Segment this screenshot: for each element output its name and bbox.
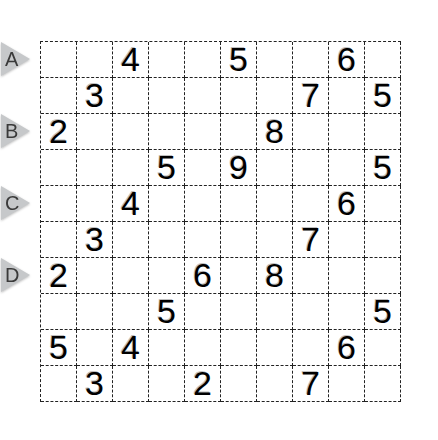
given-number: 5: [373, 294, 392, 328]
cell-r2c3[interactable]: [113, 78, 149, 114]
cell-r10c2[interactable]: 3: [77, 366, 113, 402]
cell-r3c9[interactable]: [329, 114, 365, 150]
cell-r1c2[interactable]: [77, 42, 113, 78]
cell-r4c2[interactable]: [77, 150, 113, 186]
cell-r9c8[interactable]: [293, 330, 329, 366]
given-number: 7: [301, 78, 320, 112]
cell-r6c6[interactable]: [221, 222, 257, 258]
cell-r3c2[interactable]: [77, 114, 113, 150]
row-marker-d: D: [1, 258, 30, 292]
cell-r1c10[interactable]: [365, 42, 401, 78]
row-marker-letter: A: [5, 42, 18, 76]
cell-r6c3[interactable]: [113, 222, 149, 258]
given-number: 3: [85, 366, 104, 400]
cell-r4c10[interactable]: 5: [365, 150, 401, 186]
cell-r2c1[interactable]: [41, 78, 77, 114]
cell-r10c3[interactable]: [113, 366, 149, 402]
given-number: 7: [301, 366, 320, 400]
cell-r10c1[interactable]: [41, 366, 77, 402]
cell-r7c5[interactable]: 6: [185, 258, 221, 294]
cell-r8c4[interactable]: 5: [149, 294, 185, 330]
given-number: 6: [337, 186, 356, 220]
cell-r4c1[interactable]: [41, 150, 77, 186]
given-number: 6: [193, 258, 212, 292]
cell-r8c8[interactable]: [293, 294, 329, 330]
puzzle-page: 45637528595463726855546327 ABCD: [0, 0, 438, 440]
cell-r8c6[interactable]: [221, 294, 257, 330]
cell-r6c9[interactable]: [329, 222, 365, 258]
given-number: 5: [373, 78, 392, 112]
cell-r6c1[interactable]: [41, 222, 77, 258]
cell-r7c7[interactable]: 8: [257, 258, 293, 294]
given-number: 8: [265, 258, 284, 292]
cell-r7c2[interactable]: [77, 258, 113, 294]
cell-r9c6[interactable]: [221, 330, 257, 366]
cell-r3c10[interactable]: [365, 114, 401, 150]
cell-r1c9[interactable]: 6: [329, 42, 365, 78]
cell-r1c6[interactable]: 5: [221, 42, 257, 78]
cell-r5c2[interactable]: [77, 186, 113, 222]
given-number: 7: [301, 222, 320, 256]
cell-r7c3[interactable]: [113, 258, 149, 294]
given-number: 5: [229, 42, 248, 76]
cell-r5c7[interactable]: [257, 186, 293, 222]
cell-r10c4[interactable]: [149, 366, 185, 402]
cell-r10c7[interactable]: [257, 366, 293, 402]
cell-r10c9[interactable]: [329, 366, 365, 402]
cell-r9c4[interactable]: [149, 330, 185, 366]
cell-r5c5[interactable]: [185, 186, 221, 222]
cell-r9c1[interactable]: 5: [41, 330, 77, 366]
cell-r5c8[interactable]: [293, 186, 329, 222]
given-number: 5: [373, 150, 392, 184]
cell-r5c10[interactable]: [365, 186, 401, 222]
cell-r9c5[interactable]: [185, 330, 221, 366]
given-number: 4: [121, 186, 140, 220]
cell-r5c9[interactable]: 6: [329, 186, 365, 222]
cell-r8c9[interactable]: [329, 294, 365, 330]
cell-r3c7[interactable]: 8: [257, 114, 293, 150]
cell-r5c4[interactable]: [149, 186, 185, 222]
given-number: 2: [49, 258, 68, 292]
cell-r2c4[interactable]: [149, 78, 185, 114]
cell-r8c7[interactable]: [257, 294, 293, 330]
cell-r1c7[interactable]: [257, 42, 293, 78]
cell-r3c3[interactable]: [113, 114, 149, 150]
cell-r4c9[interactable]: [329, 150, 365, 186]
given-number: 3: [85, 222, 104, 256]
cell-r4c8[interactable]: [293, 150, 329, 186]
cell-r3c8[interactable]: [293, 114, 329, 150]
row-marker-a: A: [1, 42, 30, 76]
cell-r6c7[interactable]: [257, 222, 293, 258]
cell-r1c5[interactable]: [185, 42, 221, 78]
row-marker-letter: C: [5, 186, 19, 220]
given-number: 8: [265, 114, 284, 148]
cell-r1c3[interactable]: 4: [113, 42, 149, 78]
row-marker-letter: D: [5, 258, 19, 292]
cell-r2c6[interactable]: [221, 78, 257, 114]
cell-r8c3[interactable]: [113, 294, 149, 330]
cell-r9c10[interactable]: [365, 330, 401, 366]
given-number: 4: [121, 42, 140, 76]
given-number: 2: [193, 366, 212, 400]
cell-r7c9[interactable]: [329, 258, 365, 294]
cell-r10c10[interactable]: [365, 366, 401, 402]
given-number: 6: [337, 330, 356, 364]
cell-r10c8[interactable]: 7: [293, 366, 329, 402]
cell-r8c1[interactable]: [41, 294, 77, 330]
given-number: 6: [337, 42, 356, 76]
cell-r8c2[interactable]: [77, 294, 113, 330]
row-marker-c: C: [1, 186, 30, 220]
given-number: 4: [121, 330, 140, 364]
cell-r6c4[interactable]: [149, 222, 185, 258]
cell-r10c6[interactable]: [221, 366, 257, 402]
cell-r6c8[interactable]: 7: [293, 222, 329, 258]
cell-r5c3[interactable]: 4: [113, 186, 149, 222]
cell-r2c5[interactable]: [185, 78, 221, 114]
cell-r6c10[interactable]: [365, 222, 401, 258]
cell-r7c1[interactable]: 2: [41, 258, 77, 294]
cell-r4c4[interactable]: 5: [149, 150, 185, 186]
cell-r3c5[interactable]: [185, 114, 221, 150]
puzzle-grid: 45637528595463726855546327: [40, 41, 401, 402]
cell-r2c10[interactable]: 5: [365, 78, 401, 114]
cell-r4c5[interactable]: [185, 150, 221, 186]
row-marker-letter: B: [5, 114, 18, 148]
cell-r9c3[interactable]: 4: [113, 330, 149, 366]
cell-r2c7[interactable]: [257, 78, 293, 114]
cell-r4c6[interactable]: 9: [221, 150, 257, 186]
given-number: 5: [49, 330, 68, 364]
cell-r2c8[interactable]: 7: [293, 78, 329, 114]
cell-r3c1[interactable]: 2: [41, 114, 77, 150]
cell-r4c7[interactable]: [257, 150, 293, 186]
cell-r6c5[interactable]: [185, 222, 221, 258]
cell-r2c2[interactable]: 3: [77, 78, 113, 114]
row-marker-b: B: [1, 114, 30, 148]
cell-r9c9[interactable]: 6: [329, 330, 365, 366]
cell-r9c2[interactable]: [77, 330, 113, 366]
cell-r6c2[interactable]: 3: [77, 222, 113, 258]
cell-r1c1[interactable]: [41, 42, 77, 78]
cell-r5c1[interactable]: [41, 186, 77, 222]
cell-r7c10[interactable]: [365, 258, 401, 294]
cell-r4c3[interactable]: [113, 150, 149, 186]
given-number: 3: [85, 78, 104, 112]
cell-r5c6[interactable]: [221, 186, 257, 222]
cell-r10c5[interactable]: 2: [185, 366, 221, 402]
cell-r9c7[interactable]: [257, 330, 293, 366]
cell-r3c6[interactable]: [221, 114, 257, 150]
cell-r1c4[interactable]: [149, 42, 185, 78]
cell-r8c10[interactable]: 5: [365, 294, 401, 330]
cell-r3c4[interactable]: [149, 114, 185, 150]
cell-r7c8[interactable]: [293, 258, 329, 294]
given-number: 5: [157, 294, 176, 328]
given-number: 9: [229, 150, 248, 184]
given-number: 5: [157, 150, 176, 184]
cell-r8c5[interactable]: [185, 294, 221, 330]
cell-r7c6[interactable]: [221, 258, 257, 294]
cell-r2c9[interactable]: [329, 78, 365, 114]
given-number: 2: [49, 114, 68, 148]
cell-r7c4[interactable]: [149, 258, 185, 294]
cell-r1c8[interactable]: [293, 42, 329, 78]
